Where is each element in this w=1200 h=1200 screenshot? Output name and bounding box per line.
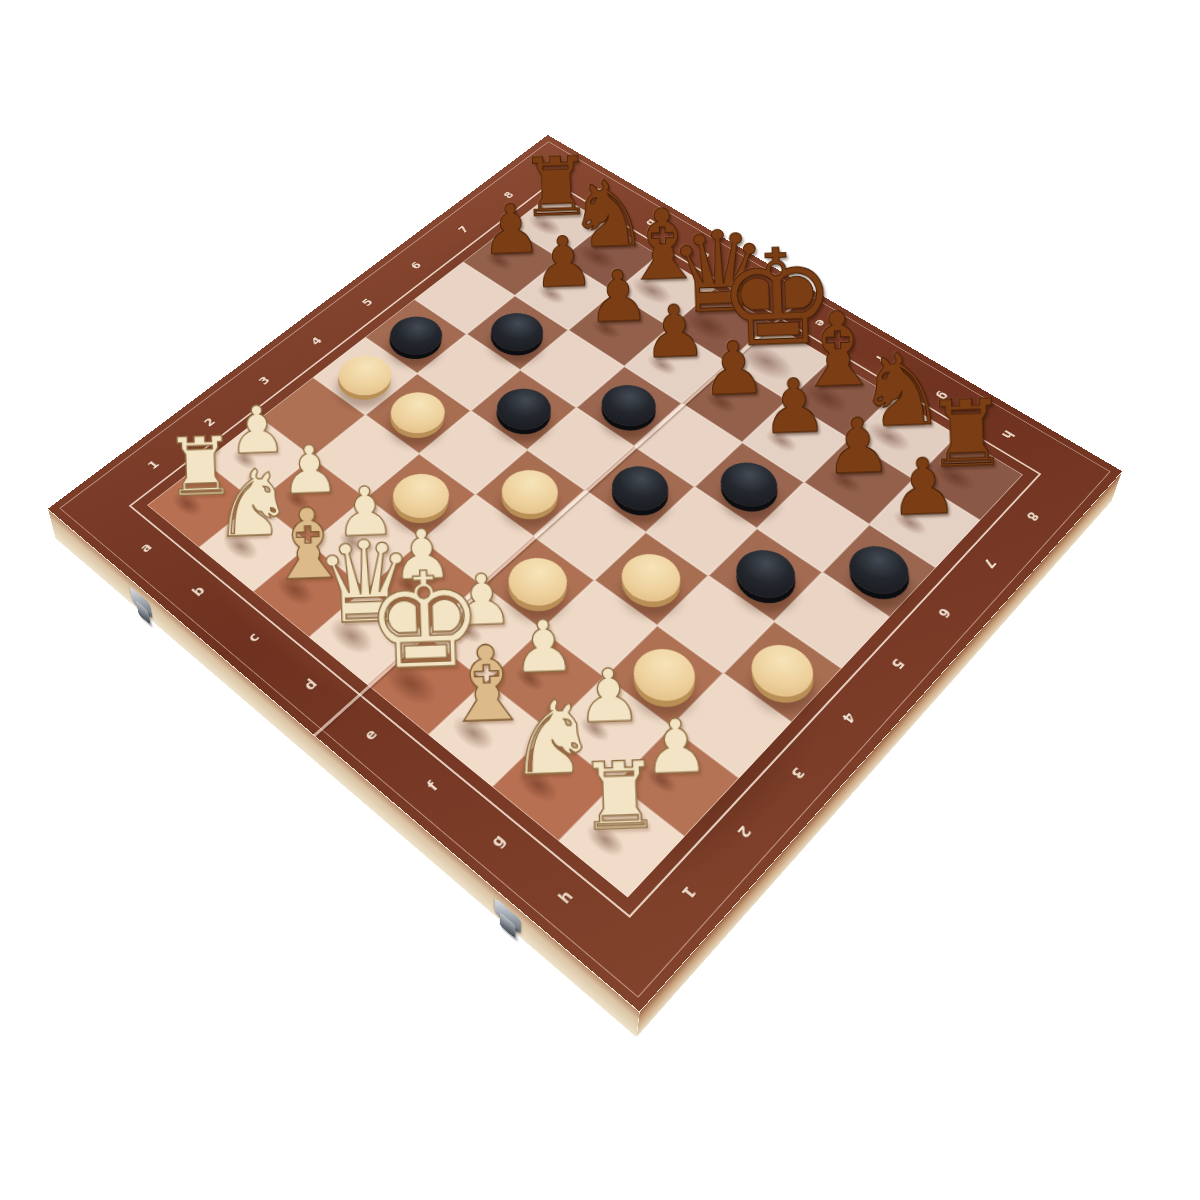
coord-rank-4-right: 4 bbox=[839, 709, 860, 726]
coord-rank-7-right: 7 bbox=[980, 556, 1000, 571]
coord-rank-7-left: 7 bbox=[455, 224, 471, 235]
coord-rank-1-right: 1 bbox=[678, 883, 700, 903]
board-top-face: 11aa22bb33cc44dd55ee66ff77gg88hh ♜♞♝♛♚♝♞… bbox=[48, 135, 1122, 1011]
product-photo: 11aa22bb33cc44dd55ee66ff77gg88hh ♜♞♝♛♚♝♞… bbox=[0, 0, 1200, 1200]
coord-file-a-bottom: a bbox=[137, 540, 155, 555]
coord-file-d-bottom: d bbox=[301, 676, 321, 693]
camera-roll: 11aa22bb33cc44dd55ee66ff77gg88hh ♜♞♝♛♚♝♞… bbox=[0, 0, 1200, 1200]
chess-board: 11aa22bb33cc44dd55ee66ff77gg88hh ♜♞♝♛♚♝♞… bbox=[48, 135, 1122, 1011]
coord-rank-8-right: 8 bbox=[1023, 509, 1043, 524]
coord-rank-3-left: 3 bbox=[256, 374, 273, 387]
coord-rank-2-right: 2 bbox=[734, 822, 756, 841]
coord-file-g-bottom: g bbox=[487, 831, 509, 850]
pawn-glyph: ♟ bbox=[887, 448, 959, 528]
coord-rank-1-left: 1 bbox=[144, 458, 162, 472]
coord-file-f-bottom: f bbox=[424, 778, 442, 793]
coord-rank-3-right: 3 bbox=[787, 764, 808, 782]
coord-rank-6-left: 6 bbox=[408, 260, 424, 271]
coord-file-h-bottom: h bbox=[555, 887, 577, 907]
coord-rank-6-right: 6 bbox=[935, 605, 955, 621]
coord-rank-5-left: 5 bbox=[359, 296, 376, 308]
coord-file-e-bottom: e bbox=[360, 726, 380, 743]
coord-rank-5-right: 5 bbox=[888, 656, 909, 673]
coord-file-b-bottom: b bbox=[189, 583, 208, 599]
coord-file-c-bottom: c bbox=[244, 629, 262, 644]
coord-rank-4-left: 4 bbox=[308, 335, 325, 347]
perspective-scene: 11aa22bb33cc44dd55ee66ff77gg88hh ♜♞♝♛♚♝♞… bbox=[0, 0, 1200, 1200]
rook-glyph: ♜ bbox=[577, 750, 663, 845]
